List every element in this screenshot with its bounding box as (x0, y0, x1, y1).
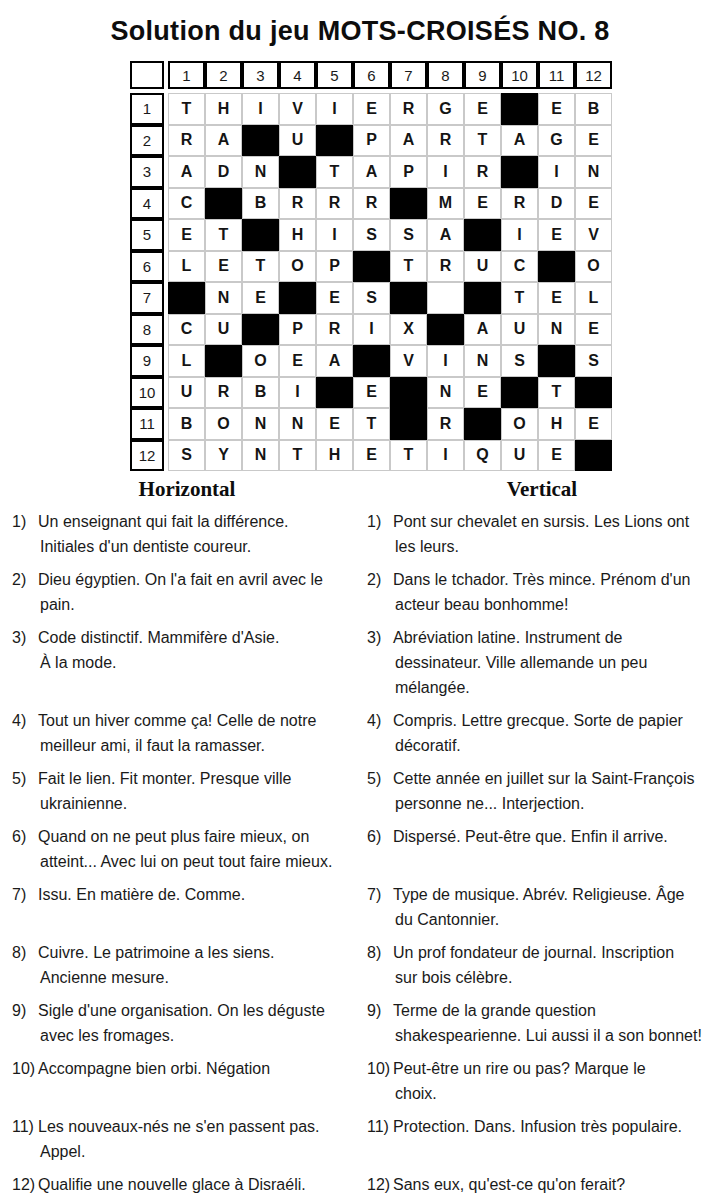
cell-r10c6: E (353, 377, 390, 409)
cell-r3c3: N (242, 156, 279, 188)
vertical-clue-number: 7) (367, 882, 393, 907)
horizontal-clue-5: 5)Fait le lien. Fit monter. Presque vill… (12, 766, 362, 816)
vertical-clue-number: 5) (367, 766, 393, 791)
horizontal-clue-number: 12) (12, 1172, 38, 1197)
block-cell-r2c5 (316, 125, 353, 157)
cell-r8c10: U (501, 314, 538, 346)
cell-r2c6: P (353, 125, 390, 157)
horizontal-clue-number: 2) (12, 567, 38, 592)
cell-r6c10: C (501, 251, 538, 283)
cell-r6c8: R (427, 251, 464, 283)
horizontal-clue-number: 3) (12, 625, 38, 650)
vertical-clue-text: Peut-être un rire ou pas? Marque le choi… (393, 1060, 646, 1102)
vertical-clue-1: 1)Pont sur chevalet en sursis. Les Lions… (367, 509, 717, 559)
vertical-clue-9: 9)Terme de la grande question shakespear… (367, 998, 717, 1048)
cell-r9c12: S (575, 345, 612, 377)
cell-r5c4: H (279, 219, 316, 251)
cell-r2c1: R (168, 125, 205, 157)
horizontal-clue-text: Tout un hiver comme ça! Celle de notre m… (38, 712, 316, 754)
horizontal-clue-text: Accompagne bien orbi. Négation (38, 1060, 270, 1077)
vertical-heading: Vertical (367, 477, 717, 502)
cell-r12c9: Q (464, 440, 501, 472)
horizontal-clue-10: 10)Accompagne bien orbi. Négation (12, 1056, 362, 1106)
col-header-10: 10 (501, 61, 538, 89)
horizontal-clue-text: Les nouveaux-nés ne s'en passent pas. Ap… (38, 1118, 319, 1160)
cell-r11c10: O (501, 408, 538, 440)
vertical-clue-12: 12)Sans eux, qu'est-ce qu'on ferait? (367, 1172, 717, 1197)
block-cell-r10c5 (316, 377, 353, 409)
block-cell-r3c10 (501, 156, 538, 188)
row-header-2: 2 (130, 125, 164, 157)
cell-r1c8: G (427, 93, 464, 125)
cell-r11c2: O (205, 408, 242, 440)
vertical-clue-text: Terme de la grande question shakespearie… (393, 1002, 702, 1044)
horizontal-clue-number: 11) (12, 1114, 38, 1139)
horizontal-clue-11: 11)Les nouveaux-nés ne s'en passent pas.… (12, 1114, 362, 1164)
cell-r8c2: U (205, 314, 242, 346)
block-cell-r10c12 (575, 377, 612, 409)
cell-r9c1: L (168, 345, 205, 377)
horizontal-clue-8: 8)Cuivre. Le patrimoine a les siens. Anc… (12, 940, 362, 990)
cell-r11c4: N (279, 408, 316, 440)
vertical-clue-number: 1) (367, 509, 393, 534)
cell-r6c5: P (316, 251, 353, 283)
block-cell-r11c7 (390, 408, 427, 440)
col-header-7: 7 (390, 61, 427, 89)
cell-r5c10: I (501, 219, 538, 251)
block-cell-r5c9 (464, 219, 501, 251)
vertical-clue-text: Type de musique. Abrév. Religieuse. Âge … (393, 886, 684, 928)
cell-r1c2: H (205, 93, 242, 125)
cell-r9c4: E (279, 345, 316, 377)
block-cell-r12c12 (575, 440, 612, 472)
col-header-9: 9 (464, 61, 501, 89)
row-header-7: 7 (130, 282, 164, 314)
horizontal-clue-text: Quand on ne peut plus faire mieux, on at… (38, 828, 332, 870)
vertical-clue-number: 10) (367, 1056, 393, 1081)
cell-r9c3: O (242, 345, 279, 377)
cell-r1c5: I (316, 93, 353, 125)
cell-r7c6: S (353, 282, 390, 314)
vertical-clue-10: 10)Peut-être un rire ou pas? Marque le c… (367, 1056, 717, 1106)
block-cell-r9c6 (353, 345, 390, 377)
block-cell-r10c10 (501, 377, 538, 409)
vertical-clue-6: 6)Dispersé. Peut-être que. Enfin il arri… (367, 824, 717, 874)
cell-r4c8: M (427, 188, 464, 220)
cell-r4c3: B (242, 188, 279, 220)
cell-r1c1: T (168, 93, 205, 125)
cell-r8c7: X (390, 314, 427, 346)
cell-r6c1: L (168, 251, 205, 283)
cell-r8c9: A (464, 314, 501, 346)
clue-list: 1)Un enseignant qui fait la différence. … (0, 509, 720, 1197)
cell-r2c4: U (279, 125, 316, 157)
horizontal-clue-9: 9)Sigle d'une organisation. On les dégus… (12, 998, 362, 1048)
cell-r4c1: C (168, 188, 205, 220)
cell-r3c7: P (390, 156, 427, 188)
cell-r7c3: E (242, 282, 279, 314)
cell-r4c12: E (575, 188, 612, 220)
block-cell-r7c1 (168, 282, 205, 314)
cell-r12c1: S (168, 440, 205, 472)
vertical-clue-2: 2)Dans le tchador. Très mince. Prénom d'… (367, 567, 717, 617)
cell-r6c2: E (205, 251, 242, 283)
cell-r7c11: E (538, 282, 575, 314)
block-cell-r6c11 (538, 251, 575, 283)
cell-r8c4: P (279, 314, 316, 346)
vertical-clue-text: Abréviation latine. Instrument de dessin… (393, 629, 647, 696)
cell-r7c2: N (205, 282, 242, 314)
cell-r11c1: B (168, 408, 205, 440)
row-header-10: 10 (130, 377, 164, 409)
vertical-clue-text: Dans le tchador. Très mince. Prénom d'un… (393, 571, 690, 613)
cell-r11c12: E (575, 408, 612, 440)
block-cell-r2c3 (242, 125, 279, 157)
cell-r1c4: V (279, 93, 316, 125)
col-header-5: 5 (316, 61, 353, 89)
vertical-clue-number: 4) (367, 708, 393, 733)
vertical-clue-text: Pont sur chevalet en sursis. Les Lions o… (393, 513, 689, 555)
cell-r8c12: E (575, 314, 612, 346)
block-cell-r1c10 (501, 93, 538, 125)
row-header-9: 9 (130, 345, 164, 377)
cell-r12c5: H (316, 440, 353, 472)
horizontal-clue-3: 3)Code distinctif. Mammifère d'Asie. À l… (12, 625, 362, 700)
cell-r6c12: O (575, 251, 612, 283)
horizontal-clue-text: Sigle d'une organisation. On les déguste… (38, 1002, 325, 1044)
cell-r12c8: I (427, 440, 464, 472)
cell-r3c1: A (168, 156, 205, 188)
solution-page: Solution du jeu MOTS-CROISÉS NO. 8 12345… (0, 16, 720, 1197)
col-header-3: 3 (242, 61, 279, 89)
horizontal-clue-number: 10) (12, 1056, 38, 1081)
cell-r7c8 (427, 282, 464, 314)
cell-r5c8: A (427, 219, 464, 251)
cell-r3c9: R (464, 156, 501, 188)
cell-r1c9: E (464, 93, 501, 125)
horizontal-clue-text: Dieu égyptien. On l'a fait en avril avec… (38, 571, 323, 613)
vertical-clue-number: 9) (367, 998, 393, 1023)
cell-r10c3: B (242, 377, 279, 409)
cell-r12c3: N (242, 440, 279, 472)
cell-r1c12: B (575, 93, 612, 125)
cell-r5c2: T (205, 219, 242, 251)
col-header-11: 11 (538, 61, 575, 89)
vertical-clue-text: Compris. Lettre grecque. Sorte de papier… (393, 712, 683, 754)
horizontal-heading: Horizontal (12, 477, 362, 502)
cell-r11c11: H (538, 408, 575, 440)
cell-r5c12: V (575, 219, 612, 251)
cell-r5c11: E (538, 219, 575, 251)
horizontal-clue-text: Code distinctif. Mammifère d'Asie. À la … (38, 629, 279, 671)
col-header-12: 12 (575, 61, 612, 89)
cell-r8c1: C (168, 314, 205, 346)
cell-r12c10: U (501, 440, 538, 472)
cell-r3c8: I (427, 156, 464, 188)
block-cell-r7c4 (279, 282, 316, 314)
cell-r1c6: E (353, 93, 390, 125)
cell-r6c7: T (390, 251, 427, 283)
horizontal-clue-text: Qualifie une nouvelle glace à Disraéli. (38, 1176, 306, 1193)
horizontal-clue-2: 2)Dieu égyptien. On l'a fait en avril av… (12, 567, 362, 617)
block-cell-r5c3 (242, 219, 279, 251)
cell-r5c6: S (353, 219, 390, 251)
horizontal-clue-number: 9) (12, 998, 38, 1023)
horizontal-clue-text: Fait le lien. Fit monter. Presque ville … (38, 770, 291, 812)
cell-r2c9: T (464, 125, 501, 157)
row-header-1: 1 (130, 93, 164, 125)
vertical-clue-text: Dispersé. Peut-être que. Enfin il arrive… (393, 828, 668, 845)
vertical-clue-number: 3) (367, 625, 393, 650)
cell-r4c9: E (464, 188, 501, 220)
block-cell-r3c4 (279, 156, 316, 188)
block-cell-r8c8 (427, 314, 464, 346)
col-header-2: 2 (205, 61, 242, 89)
cell-r10c11: T (538, 377, 575, 409)
cell-r2c2: A (205, 125, 242, 157)
block-cell-r4c7 (390, 188, 427, 220)
block-cell-r7c9 (464, 282, 501, 314)
horizontal-clue-12: 12)Qualifie une nouvelle glace à Disraél… (12, 1172, 362, 1197)
corner-cell (130, 61, 164, 89)
block-cell-r11c9 (464, 408, 501, 440)
cell-r8c11: N (538, 314, 575, 346)
cell-r12c2: Y (205, 440, 242, 472)
cell-r2c10: A (501, 125, 538, 157)
cell-r3c11: I (538, 156, 575, 188)
cell-r5c1: E (168, 219, 205, 251)
cell-r12c11: E (538, 440, 575, 472)
cell-r4c11: D (538, 188, 575, 220)
cell-r10c8: N (427, 377, 464, 409)
row-header-12: 12 (130, 440, 164, 472)
cell-r4c10: R (501, 188, 538, 220)
cell-r9c10: S (501, 345, 538, 377)
row-header-8: 8 (130, 314, 164, 346)
horizontal-clue-text: Cuivre. Le patrimoine a les siens. Ancie… (38, 944, 275, 986)
horizontal-clue-1: 1)Un enseignant qui fait la différence. … (12, 509, 362, 559)
cell-r12c4: T (279, 440, 316, 472)
cell-r5c5: I (316, 219, 353, 251)
vertical-clue-4: 4)Compris. Lettre grecque. Sorte de papi… (367, 708, 717, 758)
col-header-1: 1 (168, 61, 205, 89)
cell-r2c7: A (390, 125, 427, 157)
cell-r8c5: R (316, 314, 353, 346)
horizontal-clue-number: 1) (12, 509, 38, 534)
cell-r2c12: E (575, 125, 612, 157)
horizontal-clue-text: Issu. En matière de. Comme. (38, 886, 245, 903)
cell-r7c12: L (575, 282, 612, 314)
horizontal-clue-6: 6)Quand on ne peut plus faire mieux, on … (12, 824, 362, 874)
cell-r4c4: R (279, 188, 316, 220)
cell-r2c11: G (538, 125, 575, 157)
cell-r8c6: I (353, 314, 390, 346)
cell-r6c3: T (242, 251, 279, 283)
vertical-clue-text: Un prof fondateur de journal. Inscriptio… (393, 944, 674, 986)
row-header-11: 11 (130, 408, 164, 440)
block-cell-r8c3 (242, 314, 279, 346)
cell-r6c9: U (464, 251, 501, 283)
vertical-clue-text: Sans eux, qu'est-ce qu'on ferait? (393, 1176, 625, 1193)
vertical-clue-7: 7)Type de musique. Abrév. Religieuse. Âg… (367, 882, 717, 932)
cell-r2c8: R (427, 125, 464, 157)
cell-r9c5: A (316, 345, 353, 377)
horizontal-clue-text: Un enseignant qui fait la différence. In… (38, 513, 289, 555)
cell-r11c8: R (427, 408, 464, 440)
vertical-clue-number: 2) (367, 567, 393, 592)
cell-r10c4: I (279, 377, 316, 409)
cell-r10c9: E (464, 377, 501, 409)
vertical-clue-11: 11)Protection. Dans. Infusion très popul… (367, 1114, 717, 1164)
page-title: Solution du jeu MOTS-CROISÉS NO. 8 (0, 16, 720, 47)
cell-r7c10: T (501, 282, 538, 314)
cell-r1c11: E (538, 93, 575, 125)
cell-r7c5: E (316, 282, 353, 314)
cell-r11c3: N (242, 408, 279, 440)
col-header-4: 4 (279, 61, 316, 89)
cell-r12c7: T (390, 440, 427, 472)
row-header-6: 6 (130, 251, 164, 283)
cell-r3c5: T (316, 156, 353, 188)
horizontal-clue-number: 4) (12, 708, 38, 733)
vertical-clue-8: 8)Un prof fondateur de journal. Inscript… (367, 940, 717, 990)
block-cell-r9c11 (538, 345, 575, 377)
row-header-5: 5 (130, 219, 164, 251)
cell-r3c2: D (205, 156, 242, 188)
vertical-clue-3: 3)Abréviation latine. Instrument de dess… (367, 625, 717, 700)
horizontal-clue-number: 7) (12, 882, 38, 907)
cell-r3c12: N (575, 156, 612, 188)
cell-r1c3: I (242, 93, 279, 125)
col-header-6: 6 (353, 61, 390, 89)
cell-r3c6: A (353, 156, 390, 188)
horizontal-clue-number: 8) (12, 940, 38, 965)
block-cell-r6c6 (353, 251, 390, 283)
vertical-clue-number: 12) (367, 1172, 393, 1197)
vertical-clue-number: 8) (367, 940, 393, 965)
cell-r6c4: O (279, 251, 316, 283)
cell-r10c2: R (205, 377, 242, 409)
cell-r9c8: I (427, 345, 464, 377)
row-header-4: 4 (130, 188, 164, 220)
cell-r11c5: E (316, 408, 353, 440)
horizontal-clue-number: 5) (12, 766, 38, 791)
vertical-clue-text: Cette année en juillet sur la Saint-Fran… (393, 770, 695, 812)
cell-r11c6: T (353, 408, 390, 440)
block-cell-r4c2 (205, 188, 242, 220)
cell-r9c9: N (464, 345, 501, 377)
block-cell-r7c7 (390, 282, 427, 314)
cell-r12c6: E (353, 440, 390, 472)
cell-r4c6: R (353, 188, 390, 220)
block-cell-r9c2 (205, 345, 242, 377)
block-cell-r10c7 (390, 377, 427, 409)
horizontal-clue-number: 6) (12, 824, 38, 849)
crossword-board: 123456789101112123456789101112THIVIERGEE… (130, 61, 720, 471)
cell-r1c7: R (390, 93, 427, 125)
cell-r5c7: S (390, 219, 427, 251)
row-header-3: 3 (130, 156, 164, 188)
vertical-clue-number: 11) (367, 1114, 393, 1139)
col-header-8: 8 (427, 61, 464, 89)
clue-section-headings: Horizontal Vertical (0, 477, 720, 502)
vertical-clue-text: Protection. Dans. Infusion très populair… (393, 1118, 682, 1135)
horizontal-clue-4: 4)Tout un hiver comme ça! Celle de notre… (12, 708, 362, 758)
horizontal-clue-7: 7)Issu. En matière de. Comme. (12, 882, 362, 932)
cell-r10c1: U (168, 377, 205, 409)
cell-r9c7: V (390, 345, 427, 377)
vertical-clue-number: 6) (367, 824, 393, 849)
cell-r4c5: R (316, 188, 353, 220)
vertical-clue-5: 5)Cette année en juillet sur la Saint-Fr… (367, 766, 717, 816)
